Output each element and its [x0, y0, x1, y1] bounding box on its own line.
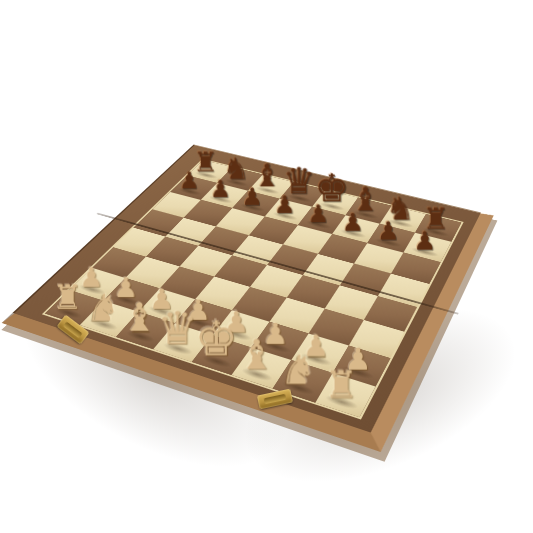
perspective-stage: ♜♞♝♛♚♝♞♜♟♟♟♟♟♟♟♟♟♟♟♟♟♟♟♟♜♞♝♛♚♝♞♜	[0, 0, 533, 533]
play-grid: ♜♞♝♛♚♝♞♜♟♟♟♟♟♟♟♟♟♟♟♟♟♟♟♟♜♞♝♛♚♝♞♜	[41, 158, 463, 419]
wooden-board-frame: ♜♞♝♛♚♝♞♜♟♟♟♟♟♟♟♟♟♟♟♟♟♟♟♟♜♞♝♛♚♝♞♜	[1, 144, 493, 451]
square-h1[interactable]: ♜	[315, 373, 375, 417]
black-pawn[interactable]: ♟	[401, 227, 446, 253]
product-photo-scene: ♜♞♝♛♚♝♞♜♟♟♟♟♟♟♟♟♟♟♟♟♟♟♟♟♜♞♝♛♚♝♞♜	[0, 0, 533, 533]
white-rook[interactable]: ♜	[312, 366, 367, 403]
